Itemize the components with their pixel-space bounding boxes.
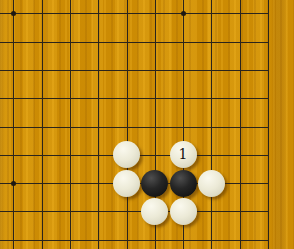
go-board[interactable]: 1 [0,0,294,249]
white-stone [113,141,140,168]
go-app-screen: 1 [0,0,294,249]
black-stone [141,170,168,197]
black-stone [170,170,197,197]
white-stone [198,170,225,197]
move-number-label: 1 [179,147,188,161]
white-stone [141,198,168,225]
white-stone [170,198,197,225]
white-stone [113,170,140,197]
white-stone: 1 [170,141,197,168]
stones-layer: 1 [0,0,282,249]
